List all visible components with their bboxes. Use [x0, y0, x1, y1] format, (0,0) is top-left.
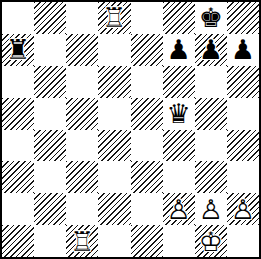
piece-glyph: ♜	[6, 36, 30, 63]
square-h7[interactable]: ♟♟	[227, 34, 259, 66]
square-h2[interactable]: ♟♙	[227, 193, 259, 225]
square-d8[interactable]: ♜♖	[98, 2, 130, 34]
square-c4[interactable]	[66, 130, 98, 162]
black-rook[interactable]: ♜♜	[6, 36, 30, 63]
piece-glyph: ♚	[199, 4, 223, 31]
square-f5[interactable]: ♛♛	[163, 98, 195, 130]
square-g5[interactable]	[195, 98, 227, 130]
square-h8[interactable]	[227, 2, 259, 34]
square-d7[interactable]	[98, 34, 130, 66]
square-b8[interactable]	[34, 2, 66, 34]
white-pawn[interactable]: ♟♙	[199, 196, 223, 223]
white-rook[interactable]: ♜♖	[70, 228, 94, 255]
square-c3[interactable]	[66, 161, 98, 193]
square-b2[interactable]	[34, 193, 66, 225]
square-g4[interactable]	[195, 130, 227, 162]
square-d1[interactable]	[98, 225, 130, 257]
square-g3[interactable]	[195, 161, 227, 193]
square-b6[interactable]	[34, 66, 66, 98]
chess-board: ♜♖♚♚♜♜♟♟♟♟♟♟♛♛♟♙♟♙♟♙♜♖♚♔	[2, 2, 259, 257]
piece-glyph: ♟	[167, 36, 191, 63]
piece-glyph: ♖	[70, 228, 94, 255]
square-c7[interactable]	[66, 34, 98, 66]
white-rook[interactable]: ♜♖	[102, 4, 126, 31]
piece-glyph: ♛	[167, 100, 191, 127]
piece-glyph: ♙	[231, 196, 255, 223]
piece-glyph: ♟	[231, 36, 255, 63]
square-h4[interactable]	[227, 130, 259, 162]
square-g8[interactable]: ♚♚	[195, 2, 227, 34]
square-e1[interactable]	[131, 225, 163, 257]
square-e8[interactable]	[131, 2, 163, 34]
square-e3[interactable]	[131, 161, 163, 193]
square-e7[interactable]	[131, 34, 163, 66]
piece-glyph: ♔	[199, 228, 223, 255]
square-b3[interactable]	[34, 161, 66, 193]
square-g7[interactable]: ♟♟	[195, 34, 227, 66]
piece-glyph: ♙	[167, 196, 191, 223]
square-b7[interactable]	[34, 34, 66, 66]
square-e4[interactable]	[131, 130, 163, 162]
square-c8[interactable]	[66, 2, 98, 34]
square-f7[interactable]: ♟♟	[163, 34, 195, 66]
square-f3[interactable]	[163, 161, 195, 193]
black-pawn[interactable]: ♟♟	[231, 36, 255, 63]
square-b5[interactable]	[34, 98, 66, 130]
square-d2[interactable]	[98, 193, 130, 225]
square-a5[interactable]	[2, 98, 34, 130]
square-g2[interactable]: ♟♙	[195, 193, 227, 225]
chess-board-frame: ♜♖♚♚♜♜♟♟♟♟♟♟♛♛♟♙♟♙♟♙♜♖♚♔	[0, 0, 261, 259]
square-h1[interactable]	[227, 225, 259, 257]
black-pawn[interactable]: ♟♟	[199, 36, 223, 63]
square-f2[interactable]: ♟♙	[163, 193, 195, 225]
square-g1[interactable]: ♚♔	[195, 225, 227, 257]
square-d5[interactable]	[98, 98, 130, 130]
square-d4[interactable]	[98, 130, 130, 162]
square-a7[interactable]: ♜♜	[2, 34, 34, 66]
square-a4[interactable]	[2, 130, 34, 162]
black-king[interactable]: ♚♚	[199, 4, 223, 31]
square-a6[interactable]	[2, 66, 34, 98]
square-h5[interactable]	[227, 98, 259, 130]
piece-glyph: ♙	[199, 196, 223, 223]
square-f8[interactable]	[163, 2, 195, 34]
square-a2[interactable]	[2, 193, 34, 225]
square-h6[interactable]	[227, 66, 259, 98]
square-e6[interactable]	[131, 66, 163, 98]
square-b4[interactable]	[34, 130, 66, 162]
square-c5[interactable]	[66, 98, 98, 130]
square-h3[interactable]	[227, 161, 259, 193]
square-f4[interactable]	[163, 130, 195, 162]
square-c6[interactable]	[66, 66, 98, 98]
square-f6[interactable]	[163, 66, 195, 98]
black-pawn[interactable]: ♟♟	[167, 36, 191, 63]
square-c1[interactable]: ♜♖	[66, 225, 98, 257]
white-pawn[interactable]: ♟♙	[231, 196, 255, 223]
white-king[interactable]: ♚♔	[199, 228, 223, 255]
square-b1[interactable]	[34, 225, 66, 257]
square-a1[interactable]	[2, 225, 34, 257]
square-f1[interactable]	[163, 225, 195, 257]
piece-glyph: ♖	[102, 4, 126, 31]
black-queen[interactable]: ♛♛	[167, 100, 191, 127]
square-e5[interactable]	[131, 98, 163, 130]
white-pawn[interactable]: ♟♙	[167, 196, 191, 223]
square-g6[interactable]	[195, 66, 227, 98]
piece-glyph: ♟	[199, 36, 223, 63]
square-a3[interactable]	[2, 161, 34, 193]
square-d3[interactable]	[98, 161, 130, 193]
square-a8[interactable]	[2, 2, 34, 34]
square-e2[interactable]	[131, 193, 163, 225]
square-c2[interactable]	[66, 193, 98, 225]
square-d6[interactable]	[98, 66, 130, 98]
